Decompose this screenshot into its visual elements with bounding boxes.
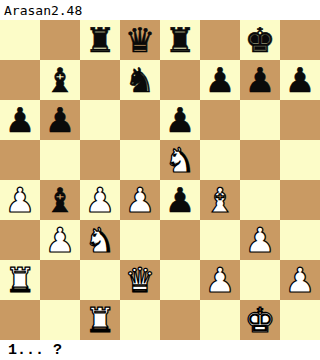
white-pawn[interactable]: ♟ — [85, 180, 115, 220]
square-h2[interactable]: ♟ — [280, 260, 320, 300]
square-a8[interactable] — [0, 20, 40, 60]
square-f8[interactable] — [200, 20, 240, 60]
chess-board[interactable]: ♜♛♜♚♝♞♟♟♟♟♟♟♞♟♝♟♟♟♝♟♞♟♜♛♟♟♜♚ — [0, 20, 320, 340]
square-e6[interactable]: ♟ — [160, 100, 200, 140]
square-g4[interactable] — [240, 180, 280, 220]
square-h4[interactable] — [280, 180, 320, 220]
square-c8[interactable]: ♜ — [80, 20, 120, 60]
white-queen[interactable]: ♛ — [125, 260, 155, 300]
square-d5[interactable] — [120, 140, 160, 180]
square-c4[interactable]: ♟ — [80, 180, 120, 220]
square-c7[interactable] — [80, 60, 120, 100]
square-h5[interactable] — [280, 140, 320, 180]
black-pawn[interactable]: ♟ — [5, 100, 35, 140]
square-b2[interactable] — [40, 260, 80, 300]
square-h6[interactable] — [280, 100, 320, 140]
square-e2[interactable] — [160, 260, 200, 300]
square-h7[interactable]: ♟ — [280, 60, 320, 100]
black-pawn[interactable]: ♟ — [165, 100, 195, 140]
square-g2[interactable] — [240, 260, 280, 300]
square-a5[interactable] — [0, 140, 40, 180]
square-e4[interactable]: ♟ — [160, 180, 200, 220]
square-e3[interactable] — [160, 220, 200, 260]
square-d3[interactable] — [120, 220, 160, 260]
square-a1[interactable] — [0, 300, 40, 340]
square-b4[interactable]: ♝ — [40, 180, 80, 220]
square-b8[interactable] — [40, 20, 80, 60]
white-king[interactable]: ♚ — [245, 300, 275, 340]
square-d1[interactable] — [120, 300, 160, 340]
square-f1[interactable] — [200, 300, 240, 340]
square-d6[interactable] — [120, 100, 160, 140]
square-f4[interactable]: ♝ — [200, 180, 240, 220]
square-e5[interactable]: ♞ — [160, 140, 200, 180]
square-d7[interactable]: ♞ — [120, 60, 160, 100]
square-d4[interactable]: ♟ — [120, 180, 160, 220]
white-knight[interactable]: ♞ — [85, 220, 115, 260]
square-e1[interactable] — [160, 300, 200, 340]
white-knight[interactable]: ♞ — [165, 140, 195, 180]
square-g3[interactable]: ♟ — [240, 220, 280, 260]
black-king[interactable]: ♚ — [245, 20, 275, 60]
square-b7[interactable]: ♝ — [40, 60, 80, 100]
square-b3[interactable]: ♟ — [40, 220, 80, 260]
square-a2[interactable]: ♜ — [0, 260, 40, 300]
black-queen[interactable]: ♛ — [125, 20, 155, 60]
square-d8[interactable]: ♛ — [120, 20, 160, 60]
move-prompt: 1... ? — [0, 342, 62, 359]
square-f3[interactable] — [200, 220, 240, 260]
chess-app-window: Arasan2.48 ♜♛♜♚♝♞♟♟♟♟♟♟♞♟♝♟♟♟♝♟♞♟♜♛♟♟♜♚ … — [0, 0, 320, 360]
square-b6[interactable]: ♟ — [40, 100, 80, 140]
square-e7[interactable] — [160, 60, 200, 100]
square-f5[interactable] — [200, 140, 240, 180]
white-pawn[interactable]: ♟ — [125, 180, 155, 220]
white-pawn[interactable]: ♟ — [5, 180, 35, 220]
black-pawn[interactable]: ♟ — [285, 60, 315, 100]
black-knight[interactable]: ♞ — [125, 60, 155, 100]
black-bishop[interactable]: ♝ — [45, 60, 75, 100]
title-bar: Arasan2.48 — [0, 0, 320, 20]
square-b5[interactable] — [40, 140, 80, 180]
square-g5[interactable] — [240, 140, 280, 180]
square-e8[interactable]: ♜ — [160, 20, 200, 60]
square-g1[interactable]: ♚ — [240, 300, 280, 340]
square-c2[interactable] — [80, 260, 120, 300]
black-pawn[interactable]: ♟ — [165, 180, 195, 220]
white-pawn[interactable]: ♟ — [245, 220, 275, 260]
square-c1[interactable]: ♜ — [80, 300, 120, 340]
black-pawn[interactable]: ♟ — [245, 60, 275, 100]
black-rook[interactable]: ♜ — [85, 20, 115, 60]
square-d2[interactable]: ♛ — [120, 260, 160, 300]
square-h3[interactable] — [280, 220, 320, 260]
square-h8[interactable] — [280, 20, 320, 60]
white-rook[interactable]: ♜ — [5, 260, 35, 300]
square-a6[interactable]: ♟ — [0, 100, 40, 140]
square-a3[interactable] — [0, 220, 40, 260]
black-rook[interactable]: ♜ — [165, 20, 195, 60]
white-pawn[interactable]: ♟ — [205, 260, 235, 300]
square-g8[interactable]: ♚ — [240, 20, 280, 60]
black-pawn[interactable]: ♟ — [205, 60, 235, 100]
square-a7[interactable] — [0, 60, 40, 100]
white-bishop[interactable]: ♝ — [205, 180, 235, 220]
square-a4[interactable]: ♟ — [0, 180, 40, 220]
square-c6[interactable] — [80, 100, 120, 140]
square-f2[interactable]: ♟ — [200, 260, 240, 300]
engine-title: Arasan2.48 — [0, 3, 82, 18]
square-g7[interactable]: ♟ — [240, 60, 280, 100]
square-f6[interactable] — [200, 100, 240, 140]
white-pawn[interactable]: ♟ — [285, 260, 315, 300]
square-c5[interactable] — [80, 140, 120, 180]
white-rook[interactable]: ♜ — [85, 300, 115, 340]
square-c3[interactable]: ♞ — [80, 220, 120, 260]
status-bar: 1... ? — [0, 340, 320, 360]
white-pawn[interactable]: ♟ — [45, 220, 75, 260]
square-f7[interactable]: ♟ — [200, 60, 240, 100]
square-g6[interactable] — [240, 100, 280, 140]
black-pawn[interactable]: ♟ — [45, 100, 75, 140]
square-b1[interactable] — [40, 300, 80, 340]
black-bishop[interactable]: ♝ — [45, 180, 75, 220]
square-h1[interactable] — [280, 300, 320, 340]
